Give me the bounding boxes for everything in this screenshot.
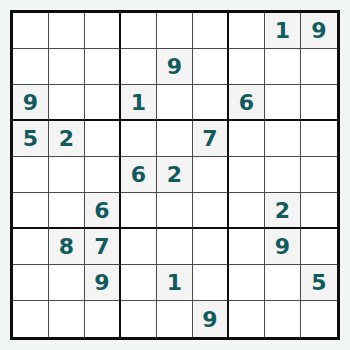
- cell-r7c4[interactable]: [121, 229, 157, 265]
- cell-r1c2[interactable]: [49, 13, 85, 49]
- cell-r8c2[interactable]: [49, 265, 85, 301]
- cell-r7c1[interactable]: [13, 229, 49, 265]
- cell-r2c4[interactable]: [121, 49, 157, 85]
- cell-r5c7[interactable]: [229, 157, 265, 193]
- cell-r6c2[interactable]: [49, 193, 85, 229]
- cell-r2c8[interactable]: [265, 49, 301, 85]
- cell-r6c9[interactable]: [301, 193, 337, 229]
- cell-r7c8-given: 9: [265, 229, 301, 265]
- cell-r6c4[interactable]: [121, 193, 157, 229]
- cell-r2c5-given: 9: [157, 49, 193, 85]
- cell-r7c7[interactable]: [229, 229, 265, 265]
- cell-r4c4[interactable]: [121, 121, 157, 157]
- cell-r9c9[interactable]: [301, 301, 337, 337]
- cell-r1c5[interactable]: [157, 13, 193, 49]
- cell-r7c2-given: 8: [49, 229, 85, 265]
- cell-r1c1[interactable]: [13, 13, 49, 49]
- cell-r3c3[interactable]: [85, 85, 121, 121]
- cell-r8c6[interactable]: [193, 265, 229, 301]
- cell-r6c5[interactable]: [157, 193, 193, 229]
- cell-r5c8[interactable]: [265, 157, 301, 193]
- cell-r5c5-given: 2: [157, 157, 193, 193]
- cell-r1c3[interactable]: [85, 13, 121, 49]
- cell-r7c3-given: 7: [85, 229, 121, 265]
- cell-r4c7[interactable]: [229, 121, 265, 157]
- cell-r8c9-given: 5: [301, 265, 337, 301]
- cell-r5c3[interactable]: [85, 157, 121, 193]
- cell-r2c2[interactable]: [49, 49, 85, 85]
- cell-r4c1-given: 5: [13, 121, 49, 157]
- cell-r4c5[interactable]: [157, 121, 193, 157]
- sudoku-board: 19991652762628799159: [10, 10, 340, 340]
- cell-r7c5[interactable]: [157, 229, 193, 265]
- cell-r9c1[interactable]: [13, 301, 49, 337]
- cell-r5c2[interactable]: [49, 157, 85, 193]
- cell-r8c3-given: 9: [85, 265, 121, 301]
- cell-r7c9[interactable]: [301, 229, 337, 265]
- cell-r4c2-given: 2: [49, 121, 85, 157]
- cell-r4c8[interactable]: [265, 121, 301, 157]
- cell-r2c1[interactable]: [13, 49, 49, 85]
- cell-r4c3[interactable]: [85, 121, 121, 157]
- cell-r3c8[interactable]: [265, 85, 301, 121]
- cell-r1c8-given: 1: [265, 13, 301, 49]
- cell-r8c5-given: 1: [157, 265, 193, 301]
- cell-r3c1-given: 9: [13, 85, 49, 121]
- cell-r3c6[interactable]: [193, 85, 229, 121]
- cell-r8c4[interactable]: [121, 265, 157, 301]
- cell-r8c8[interactable]: [265, 265, 301, 301]
- cell-r6c3-given: 6: [85, 193, 121, 229]
- cell-r8c1[interactable]: [13, 265, 49, 301]
- cell-r9c5[interactable]: [157, 301, 193, 337]
- cell-r9c8[interactable]: [265, 301, 301, 337]
- cell-r3c4-given: 1: [121, 85, 157, 121]
- cell-r6c8-given: 2: [265, 193, 301, 229]
- cell-r6c1[interactable]: [13, 193, 49, 229]
- cell-r2c7[interactable]: [229, 49, 265, 85]
- cell-r9c7[interactable]: [229, 301, 265, 337]
- cell-r6c6[interactable]: [193, 193, 229, 229]
- cell-r5c9[interactable]: [301, 157, 337, 193]
- cell-r9c3[interactable]: [85, 301, 121, 337]
- cell-r3c5[interactable]: [157, 85, 193, 121]
- cell-r6c7[interactable]: [229, 193, 265, 229]
- cell-r1c4[interactable]: [121, 13, 157, 49]
- cell-r7c6[interactable]: [193, 229, 229, 265]
- cell-r4c9[interactable]: [301, 121, 337, 157]
- cell-r8c7[interactable]: [229, 265, 265, 301]
- cell-r9c6-given: 9: [193, 301, 229, 337]
- cell-r1c7[interactable]: [229, 13, 265, 49]
- cell-r1c9-given: 9: [301, 13, 337, 49]
- cell-r5c4-given: 6: [121, 157, 157, 193]
- cell-r4c6-given: 7: [193, 121, 229, 157]
- cell-r9c4[interactable]: [121, 301, 157, 337]
- cell-r5c1[interactable]: [13, 157, 49, 193]
- cell-r3c2[interactable]: [49, 85, 85, 121]
- cell-r5c6[interactable]: [193, 157, 229, 193]
- cell-r3c7-given: 6: [229, 85, 265, 121]
- cell-r9c2[interactable]: [49, 301, 85, 337]
- cell-r2c3[interactable]: [85, 49, 121, 85]
- cell-r3c9[interactable]: [301, 85, 337, 121]
- cell-r2c9[interactable]: [301, 49, 337, 85]
- cell-r1c6[interactable]: [193, 13, 229, 49]
- cell-r2c6[interactable]: [193, 49, 229, 85]
